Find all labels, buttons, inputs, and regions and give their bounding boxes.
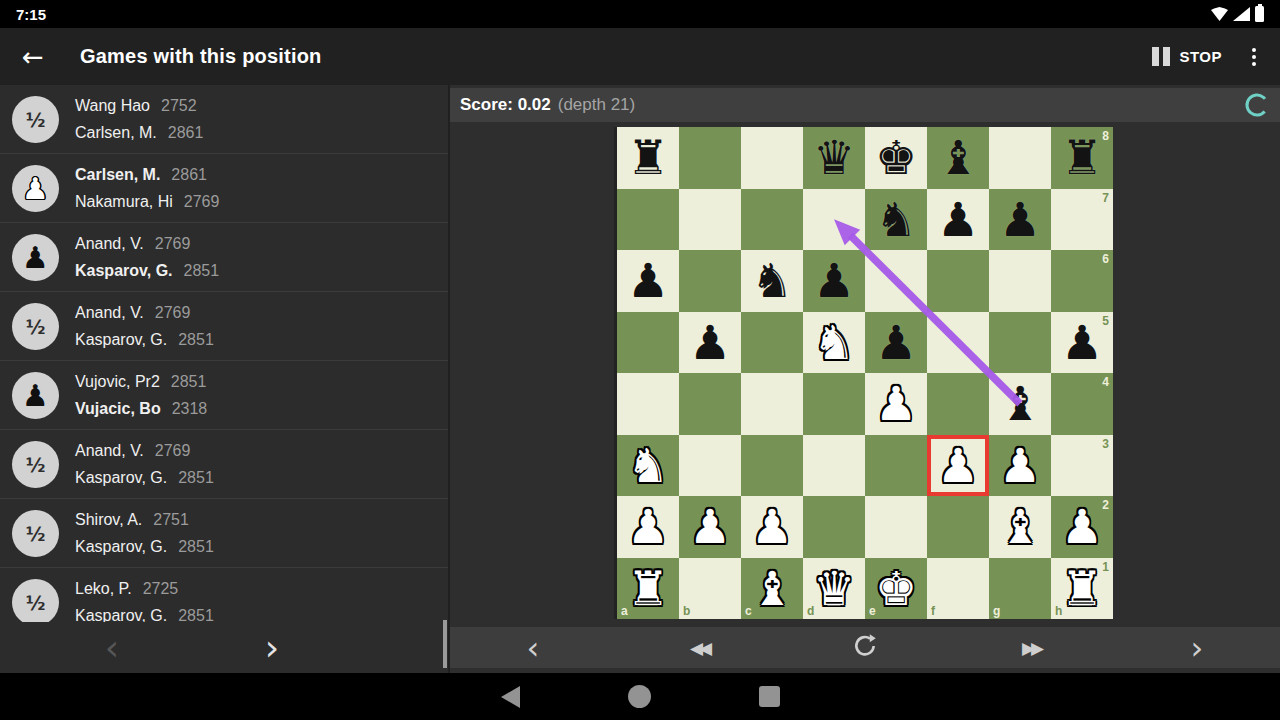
status-time: 7:15	[16, 6, 46, 23]
stop-button-label: STOP	[1179, 48, 1222, 65]
engine-spinner-icon	[1244, 92, 1270, 118]
player-name-white: Shirov, A.	[75, 507, 142, 533]
result-avatar: ½	[12, 579, 59, 622]
square-c2[interactable]: ♟	[741, 496, 803, 558]
square-d3[interactable]	[803, 435, 865, 497]
square-e4[interactable]: ♟	[865, 373, 927, 435]
prev-page-button[interactable]: ‹	[32, 626, 192, 670]
result-avatar: ♟	[12, 234, 59, 281]
game-list-item[interactable]: ½Leko, P.2725Kasparov, G.2851	[0, 568, 448, 622]
square-g5[interactable]	[989, 312, 1051, 374]
square-g7[interactable]: ♟	[989, 189, 1051, 251]
player-name-white: Anand, V.	[75, 300, 144, 326]
game-list-item[interactable]: ½Anand, V.2769Kasparov, G.2851	[0, 430, 448, 499]
player-name-black: Vujacic, Bo	[75, 396, 161, 422]
square-b4[interactable]	[679, 373, 741, 435]
file-label-e: e	[869, 605, 876, 617]
piece-bP: ♟	[937, 196, 979, 243]
square-c4[interactable]	[741, 373, 803, 435]
result-avatar: ½	[12, 303, 59, 350]
square-a4[interactable]	[617, 373, 679, 435]
result-avatar: ½	[12, 441, 59, 488]
content-row: ½Wang Hao2752Carlsen, M.2861♟Carlsen, M.…	[0, 85, 1280, 673]
player-rating-black: 2861	[168, 120, 204, 146]
square-h1[interactable]: 1h♜	[1051, 558, 1113, 620]
piece-bQ: ♛	[813, 134, 855, 181]
square-b3[interactable]	[679, 435, 741, 497]
game-list-item[interactable]: ♟Carlsen, M.2861Nakamura, Hi2769	[0, 154, 448, 223]
battery-icon	[1255, 6, 1264, 22]
analysis-panel: Score: 0.02 (depth 21) ♜♛♚♝8♜♞♟♟7♟♞♟6♟♞♟…	[450, 85, 1280, 673]
square-c1[interactable]: c♝	[741, 558, 803, 620]
list-scrollbar-thumb[interactable]	[443, 620, 447, 668]
square-e1[interactable]: e♚	[865, 558, 927, 620]
player-name-white: Anand, V.	[75, 231, 144, 257]
file-label-c: c	[745, 605, 752, 617]
square-f2[interactable]	[927, 496, 989, 558]
square-d6[interactable]: ♟	[803, 250, 865, 312]
rank-label-1: 1	[1102, 561, 1109, 573]
player-rating-white: 2769	[155, 231, 191, 257]
player-rating-white: 2725	[143, 576, 179, 602]
engine-depth: (depth 21)	[558, 95, 636, 115]
player-rating-black: 2851	[178, 534, 214, 560]
black-pawn-icon: ♟	[22, 243, 49, 273]
game-list-item[interactable]: ½Wang Hao2752Carlsen, M.2861	[0, 85, 448, 154]
piece-bP: ♟	[1061, 319, 1103, 366]
square-d8[interactable]: ♛	[803, 127, 865, 189]
player-rating-white: 2851	[171, 369, 207, 395]
player-rating-black: 2769	[184, 189, 220, 215]
square-a8[interactable]: ♜	[617, 127, 679, 189]
player-name-white: Anand, V.	[75, 438, 144, 464]
player-name-black: Kasparov, G.	[75, 327, 167, 353]
board-area: ♜♛♚♝8♜♞♟♟7♟♞♟6♟♞♟5♟♟♝4♞♟♟3♟♟♟♝2♟a♜bc♝d♛e…	[450, 122, 1280, 627]
square-f8[interactable]: ♝	[927, 127, 989, 189]
square-g8[interactable]	[989, 127, 1051, 189]
square-e3[interactable]	[865, 435, 927, 497]
pagination-bar: ‹ ›	[0, 623, 448, 673]
square-a1[interactable]: a♜	[617, 558, 679, 620]
square-b1[interactable]: b	[679, 558, 741, 620]
file-label-a: a	[621, 605, 628, 617]
file-label-b: b	[683, 605, 690, 617]
player-name-black: Kasparov, G.	[75, 258, 173, 284]
piece-bP: ♟	[999, 196, 1041, 243]
piece-wK: ♚	[875, 565, 917, 612]
square-e2[interactable]	[865, 496, 927, 558]
square-b7[interactable]	[679, 189, 741, 251]
draw-half-icon: ½	[26, 523, 46, 545]
piece-bN: ♞	[875, 196, 917, 243]
square-e7[interactable]: ♞	[865, 189, 927, 251]
overflow-menu-icon[interactable]	[1246, 42, 1262, 72]
file-label-d: d	[807, 605, 814, 617]
game-list-panel: ½Wang Hao2752Carlsen, M.2861♟Carlsen, M.…	[0, 85, 450, 673]
square-f1[interactable]: f	[927, 558, 989, 620]
player-rating-black: 2318	[172, 396, 208, 422]
status-bar: 7:15	[0, 0, 1280, 28]
square-d2[interactable]	[803, 496, 865, 558]
result-avatar: ♟	[12, 165, 59, 212]
player-name-black: Kasparov, G.	[75, 603, 167, 622]
square-d7[interactable]	[803, 189, 865, 251]
piece-bB: ♝	[999, 380, 1041, 427]
page-title: Games with this position	[80, 45, 322, 68]
file-label-h: h	[1055, 605, 1062, 617]
square-g3[interactable]: ♟	[989, 435, 1051, 497]
square-h6[interactable]: 6	[1051, 250, 1113, 312]
square-h8[interactable]: 8♜	[1051, 127, 1113, 189]
square-h7[interactable]: 7	[1051, 189, 1113, 251]
player-name-white: Vujovic, Pr2	[75, 369, 160, 395]
player-name-black: Nakamura, Hi	[75, 189, 173, 215]
piece-bB: ♝	[937, 134, 979, 181]
back-arrow-icon[interactable]: ←	[22, 42, 52, 72]
engine-score: Score: 0.02	[460, 95, 551, 115]
board-nav-bar: ‹ ◀◀ ▶▶ ›	[450, 627, 1280, 668]
fast-forward-button[interactable]: ▶▶	[1001, 630, 1061, 666]
game-list-item[interactable]: ♟Anand, V.2769Kasparov, G.2851	[0, 223, 448, 292]
square-f6[interactable]	[927, 250, 989, 312]
square-g1[interactable]: g	[989, 558, 1051, 620]
file-label-g: g	[993, 605, 1000, 617]
result-avatar: ½	[12, 96, 59, 143]
rank-label-2: 2	[1102, 499, 1109, 511]
square-a6[interactable]: ♟	[617, 250, 679, 312]
rank-label-5: 5	[1102, 315, 1109, 327]
rank-label-4: 4	[1102, 376, 1109, 388]
file-label-f: f	[931, 605, 935, 617]
signal-icon	[1233, 7, 1250, 21]
player-name-black: Kasparov, G.	[75, 465, 167, 491]
square-b6[interactable]	[679, 250, 741, 312]
piece-bK: ♚	[875, 134, 917, 181]
android-nav-bar	[0, 673, 1280, 720]
square-f4[interactable]	[927, 373, 989, 435]
player-rating-black: 2851	[178, 327, 214, 353]
square-g4[interactable]: ♝	[989, 373, 1051, 435]
rank-label-6: 6	[1102, 253, 1109, 265]
piece-bP: ♟	[627, 257, 669, 304]
result-avatar: ½	[12, 510, 59, 557]
square-g6[interactable]	[989, 250, 1051, 312]
player-rating-black: 2851	[178, 603, 214, 622]
square-h4[interactable]: 4	[1051, 373, 1113, 435]
chess-board: ♜♛♚♝8♜♞♟♟7♟♞♟6♟♞♟5♟♟♝4♞♟♟3♟♟♟♝2♟a♜bc♝d♛e…	[614, 127, 1110, 619]
prev-move-button[interactable]: ‹	[503, 630, 563, 666]
game-list-item[interactable]: ♟Vujovic, Pr22851Vujacic, Bo2318	[0, 361, 448, 430]
piece-wR: ♜	[627, 565, 669, 612]
player-rating-white: 2769	[155, 300, 191, 326]
square-b2[interactable]: ♟	[679, 496, 741, 558]
square-d4[interactable]	[803, 373, 865, 435]
rank-label-3: 3	[1102, 438, 1109, 450]
square-d1[interactable]: d♛	[803, 558, 865, 620]
draw-half-icon: ½	[26, 592, 46, 614]
player-name-black: Kasparov, G.	[75, 534, 167, 560]
square-g2[interactable]: ♝	[989, 496, 1051, 558]
piece-bN: ♞	[751, 257, 793, 304]
square-b5[interactable]: ♟	[679, 312, 741, 374]
next-move-button[interactable]: ›	[1167, 630, 1227, 666]
status-icons	[1211, 6, 1264, 22]
game-list-item[interactable]: ½Anand, V.2769Kasparov, G.2851	[0, 292, 448, 361]
piece-wN: ♞	[627, 442, 669, 489]
square-c3[interactable]	[741, 435, 803, 497]
player-rating-black: 2851	[178, 465, 214, 491]
piece-wP: ♟	[751, 503, 793, 550]
piece-bP: ♟	[875, 319, 917, 366]
game-list-item[interactable]: ½Shirov, A.2751Kasparov, G.2851	[0, 499, 448, 568]
piece-bP: ♟	[813, 257, 855, 304]
draw-half-icon: ½	[26, 109, 46, 131]
player-rating-white: 2861	[171, 162, 207, 188]
square-h5[interactable]: 5♟	[1051, 312, 1113, 374]
draw-half-icon: ½	[26, 316, 46, 338]
square-c7[interactable]	[741, 189, 803, 251]
android-back-button[interactable]	[501, 686, 520, 708]
square-f7[interactable]: ♟	[927, 189, 989, 251]
piece-wQ: ♛	[813, 565, 855, 612]
square-b8[interactable]	[679, 127, 741, 189]
square-a7[interactable]	[617, 189, 679, 251]
square-c8[interactable]	[741, 127, 803, 189]
engine-score-bar: Score: 0.02 (depth 21)	[450, 88, 1280, 122]
square-a2[interactable]: ♟	[617, 496, 679, 558]
piece-bP: ♟	[689, 319, 731, 366]
square-d5[interactable]: ♞	[803, 312, 865, 374]
android-home-button[interactable]	[628, 685, 651, 708]
black-pawn-icon: ♟	[22, 381, 49, 411]
square-a5[interactable]	[617, 312, 679, 374]
piece-wP: ♟	[999, 442, 1041, 489]
piece-wR: ♜	[1061, 565, 1103, 612]
player-rating-white: 2751	[153, 507, 189, 533]
wifi-icon	[1211, 7, 1228, 21]
player-rating-black: 2851	[184, 258, 220, 284]
piece-wP: ♟	[937, 442, 979, 489]
piece-wP: ♟	[689, 503, 731, 550]
player-rating-white: 2752	[161, 93, 197, 119]
square-h3[interactable]: 3	[1051, 435, 1113, 497]
piece-wP: ♟	[627, 503, 669, 550]
piece-wP: ♟	[1061, 503, 1103, 550]
square-e8[interactable]: ♚	[865, 127, 927, 189]
square-f5[interactable]	[927, 312, 989, 374]
next-page-button[interactable]: ›	[192, 626, 352, 670]
player-name-black: Carlsen, M.	[75, 120, 157, 146]
fast-rewind-button[interactable]: ◀◀	[669, 630, 729, 666]
square-e5[interactable]: ♟	[865, 312, 927, 374]
piece-bR: ♜	[627, 134, 669, 181]
square-e6[interactable]	[865, 250, 927, 312]
white-pawn-icon: ♟	[22, 174, 49, 204]
player-name-white: Leko, P.	[75, 576, 132, 602]
draw-half-icon: ½	[26, 454, 46, 476]
rank-label-8: 8	[1102, 130, 1109, 142]
piece-wP: ♟	[875, 380, 917, 427]
piece-bR: ♜	[1061, 134, 1103, 181]
rotate-board-button[interactable]	[835, 633, 895, 663]
square-c5[interactable]	[741, 312, 803, 374]
piece-wB: ♝	[999, 503, 1041, 550]
app-bar: ← Games with this position STOP	[0, 28, 1280, 85]
player-name-white: Carlsen, M.	[75, 162, 160, 188]
game-list: ½Wang Hao2752Carlsen, M.2861♟Carlsen, M.…	[0, 85, 448, 622]
result-avatar: ♟	[12, 372, 59, 419]
player-rating-white: 2769	[155, 438, 191, 464]
piece-wB: ♝	[751, 565, 793, 612]
pause-icon	[1152, 47, 1170, 66]
rotate-icon	[852, 633, 878, 659]
stop-button[interactable]: STOP	[1146, 39, 1228, 74]
square-a3[interactable]: ♞	[617, 435, 679, 497]
player-name-white: Wang Hao	[75, 93, 150, 119]
square-h2[interactable]: 2♟	[1051, 496, 1113, 558]
square-c6[interactable]: ♞	[741, 250, 803, 312]
screen: 7:15 ← Games with this position STOP ½Wa…	[0, 0, 1280, 720]
android-recents-button[interactable]	[759, 686, 780, 707]
piece-wN: ♞	[813, 319, 855, 366]
rank-label-7: 7	[1102, 192, 1109, 204]
square-f3[interactable]: ♟	[927, 435, 989, 497]
